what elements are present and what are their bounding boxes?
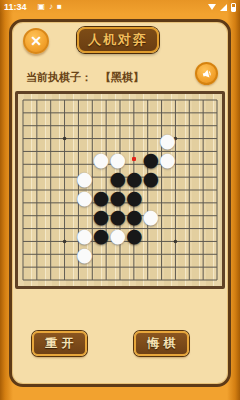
intersection-r3-c7[interactable] xyxy=(109,116,126,123)
intersection-r10-c13[interactable] xyxy=(200,226,212,245)
intersection-r7-c1[interactable] xyxy=(28,169,40,188)
intersection-r13-c11[interactable] xyxy=(176,271,188,278)
turn-indicator: 当前执棋子： 【黑棋】 xyxy=(26,66,218,88)
undo-button[interactable]: 悔棋 xyxy=(134,331,189,356)
intersection-r0-c1[interactable] xyxy=(28,94,40,101)
white-stone: ● xyxy=(76,188,93,207)
intersection-r6-c1[interactable] xyxy=(28,150,40,169)
intersection-r13-c10[interactable] xyxy=(159,271,176,278)
intersection-r4-c0[interactable] xyxy=(16,124,28,131)
intersection-r10-c12[interactable] xyxy=(188,226,200,245)
intersection-r1-c1[interactable] xyxy=(28,101,40,108)
white-stone: ● xyxy=(76,245,93,264)
music-icon: ♪ xyxy=(49,3,53,11)
intersection-r4-c12[interactable] xyxy=(188,124,200,131)
square-icon: ■ xyxy=(57,3,62,11)
intersection-r12-c0[interactable] xyxy=(16,264,28,271)
intersection-r4-c4[interactable] xyxy=(64,124,76,131)
intersection-r14-c3[interactable] xyxy=(52,279,64,286)
intersection-r1-c13[interactable] xyxy=(200,101,212,108)
intersection-r14-c9[interactable] xyxy=(143,279,160,286)
undo-label: 悔棋 xyxy=(144,335,180,352)
signal-icon xyxy=(220,4,227,11)
intersection-r13-c12[interactable] xyxy=(188,271,200,278)
restart-button[interactable]: 重开 xyxy=(32,331,87,356)
board-grid-area: ●●●●●●●●●●●●●●●●●●●●●● xyxy=(23,100,217,280)
intersection-r14-c13[interactable] xyxy=(200,279,212,286)
intersection-r10-c0[interactable] xyxy=(16,226,28,245)
intersection-r12-c7[interactable] xyxy=(109,264,126,271)
black-stone: ● xyxy=(93,226,110,245)
intersection-r4-c7[interactable] xyxy=(109,124,126,131)
intersection-r3-c4[interactable] xyxy=(64,116,76,123)
intersection-r7-c9[interactable]: ● xyxy=(143,169,160,188)
intersection-r11-c4[interactable] xyxy=(64,245,76,264)
intersection-r8-c10[interactable] xyxy=(159,188,176,207)
black-stone: ● xyxy=(143,169,160,188)
intersection-r8-c5[interactable]: ● xyxy=(76,188,93,207)
intersection-r0-c13[interactable] xyxy=(200,94,212,101)
intersection-r9-c11[interactable] xyxy=(176,207,188,226)
status-bar: 11:34 ▣ ♪ ■ xyxy=(0,0,240,14)
page-title: 人机对弈 xyxy=(77,27,159,53)
intersection-r0-c14[interactable] xyxy=(212,94,224,101)
intersection-r6-c14[interactable] xyxy=(212,150,224,169)
intersection-r14-c4[interactable] xyxy=(64,279,76,286)
intersection-r3-c11[interactable] xyxy=(176,116,188,123)
wifi-icon xyxy=(208,4,216,10)
intersection-r9-c10[interactable] xyxy=(159,207,176,226)
intersection-r14-c8[interactable] xyxy=(126,279,143,286)
intersection-r13-c4[interactable] xyxy=(64,271,76,278)
intersection-r12-c2[interactable] xyxy=(40,264,52,271)
intersection-r14-c6[interactable] xyxy=(93,279,110,286)
intersection-r4-c6[interactable] xyxy=(93,124,110,131)
turn-label: 当前执棋子： xyxy=(26,70,92,85)
intersection-r0-c7[interactable] xyxy=(109,94,126,101)
intersection-r0-c9[interactable] xyxy=(143,94,160,101)
intersection-r5-c14[interactable] xyxy=(212,131,224,150)
battery-icon xyxy=(231,3,236,12)
intersection-r11-c13[interactable] xyxy=(200,245,212,264)
intersection-r6-c3[interactable] xyxy=(52,150,64,169)
intersection-r12-c1[interactable] xyxy=(28,264,40,271)
intersection-r9-c0[interactable] xyxy=(16,207,28,226)
intersection-r11-c7[interactable] xyxy=(109,245,126,264)
intersection-r8-c13[interactable] xyxy=(200,188,212,207)
intersection-r9-c1[interactable] xyxy=(28,207,40,226)
intersection-r3-c5[interactable] xyxy=(76,116,93,123)
intersection-r12-c11[interactable] xyxy=(176,264,188,271)
intersection-r6-c13[interactable] xyxy=(200,150,212,169)
intersection-r1-c10[interactable] xyxy=(159,101,176,108)
intersection-r13-c14[interactable] xyxy=(212,271,224,278)
clock: 11:34 xyxy=(4,2,27,12)
intersection-r13-c9[interactable] xyxy=(143,271,160,278)
intersection-r11-c10[interactable] xyxy=(159,245,176,264)
intersection-r4-c13[interactable] xyxy=(200,124,212,131)
intersection-r3-c6[interactable] xyxy=(93,116,110,123)
intersection-r13-c8[interactable] xyxy=(126,271,143,278)
intersection-r6-c12[interactable] xyxy=(188,150,200,169)
intersection-r0-c6[interactable] xyxy=(93,94,110,101)
intersection-r10-c10[interactable] xyxy=(159,226,176,245)
intersection-r1-c2[interactable] xyxy=(40,101,52,108)
intersection-r5-c0[interactable] xyxy=(16,131,28,150)
intersection-r14-c10[interactable] xyxy=(159,279,176,286)
intersection-r0-c5[interactable] xyxy=(76,94,93,101)
white-stone: ● xyxy=(159,150,176,169)
intersection-r5-c1[interactable] xyxy=(28,131,40,150)
intersection-r2-c9[interactable] xyxy=(143,109,160,116)
intersection-r11-c0[interactable] xyxy=(16,245,28,264)
board-grid: ●●●●●●●●●●●●●●●●●●●●●● xyxy=(16,94,224,287)
intersection-r8-c4[interactable] xyxy=(64,188,76,207)
intersection-r12-c8[interactable] xyxy=(126,264,143,271)
intersection-r2-c8[interactable] xyxy=(126,109,143,116)
intersection-r3-c12[interactable] xyxy=(188,116,200,123)
intersection-r11-c2[interactable] xyxy=(40,245,52,264)
intersection-r4-c14[interactable] xyxy=(212,124,224,131)
intersection-r10-c2[interactable] xyxy=(40,226,52,245)
intersection-r3-c14[interactable] xyxy=(212,116,224,123)
intersection-r14-c2[interactable] xyxy=(40,279,52,286)
white-stone: ● xyxy=(109,226,126,245)
intersection-r10-c6[interactable]: ● xyxy=(93,226,110,245)
intersection-r13-c1[interactable] xyxy=(28,271,40,278)
intersection-r10-c4[interactable] xyxy=(64,226,76,245)
intersection-r8-c1[interactable] xyxy=(28,188,40,207)
intersection-r5-c13[interactable] xyxy=(200,131,212,150)
turn-value: 【黑棋】 xyxy=(100,70,144,85)
intersection-r2-c12[interactable] xyxy=(188,109,200,116)
horn-icon xyxy=(199,66,214,81)
intersection-r3-c0[interactable] xyxy=(16,116,28,123)
intersection-r11-c11[interactable] xyxy=(176,245,188,264)
intersection-r7-c11[interactable] xyxy=(176,169,188,188)
intersection-r10-c7[interactable]: ● xyxy=(109,226,126,245)
intersection-r4-c8[interactable] xyxy=(126,124,143,131)
intersection-r6-c6[interactable]: ● xyxy=(93,150,110,169)
intersection-r0-c3[interactable] xyxy=(52,94,64,101)
app-screen: 11:34 ▣ ♪ ■ ✕ 人机对弈 当前执棋子： 【黑棋】 xyxy=(0,0,240,400)
intersection-r3-c2[interactable] xyxy=(40,116,52,123)
intersection-r6-c2[interactable] xyxy=(40,150,52,169)
intersection-r1-c12[interactable] xyxy=(188,101,200,108)
intersection-r8-c3[interactable] xyxy=(52,188,64,207)
intersection-r6-c0[interactable] xyxy=(16,150,28,169)
intersection-r8-c2[interactable] xyxy=(40,188,52,207)
intersection-r14-c12[interactable] xyxy=(188,279,200,286)
last-move-marker xyxy=(132,157,136,161)
intersection-r3-c13[interactable] xyxy=(200,116,212,123)
intersection-r5-c12[interactable] xyxy=(188,131,200,150)
intersection-r7-c12[interactable] xyxy=(188,169,200,188)
intersection-r11-c6[interactable] xyxy=(93,245,110,264)
intersection-r13-c2[interactable] xyxy=(40,271,52,278)
intersection-r12-c12[interactable] xyxy=(188,264,200,271)
intersection-r7-c0[interactable] xyxy=(16,169,28,188)
intersection-r5-c3[interactable] xyxy=(52,131,64,150)
intersection-r11-c14[interactable] xyxy=(212,245,224,264)
intersection-r2-c14[interactable] xyxy=(212,109,224,116)
intersection-r12-c6[interactable] xyxy=(93,264,110,271)
black-stone: ● xyxy=(126,226,143,245)
intersection-r14-c0[interactable] xyxy=(16,279,28,286)
intersection-r0-c0[interactable] xyxy=(16,94,28,101)
intersection-r7-c3[interactable] xyxy=(52,169,64,188)
intersection-r9-c2[interactable] xyxy=(40,207,52,226)
intersection-r4-c5[interactable] xyxy=(76,124,93,131)
intersection-r12-c5[interactable] xyxy=(76,264,93,271)
intersection-r12-c9[interactable] xyxy=(143,264,160,271)
intersection-r6-c11[interactable] xyxy=(176,150,188,169)
intersection-r9-c12[interactable] xyxy=(188,207,200,226)
intersection-r3-c9[interactable] xyxy=(143,116,160,123)
intersection-r2-c1[interactable] xyxy=(28,109,40,116)
intersection-r1-c0[interactable] xyxy=(16,101,28,108)
intersection-r2-c4[interactable] xyxy=(64,109,76,116)
image-icon: ▣ xyxy=(38,3,46,11)
intersection-r1-c7[interactable] xyxy=(109,101,126,108)
intersection-r2-c7[interactable] xyxy=(109,109,126,116)
intersection-r9-c9[interactable]: ● xyxy=(143,207,160,226)
intersection-r14-c5[interactable] xyxy=(76,279,93,286)
close-button[interactable]: ✕ xyxy=(23,28,49,54)
intersection-r14-c14[interactable] xyxy=(212,279,224,286)
intersection-r2-c6[interactable] xyxy=(93,109,110,116)
intersection-r14-c7[interactable] xyxy=(109,279,126,286)
intersection-r0-c12[interactable] xyxy=(188,94,200,101)
intersection-r5-c5[interactable] xyxy=(76,131,93,150)
intersection-r13-c6[interactable] xyxy=(93,271,110,278)
intersection-r7-c4[interactable] xyxy=(64,169,76,188)
intersection-r13-c5[interactable] xyxy=(76,271,93,278)
intersection-r7-c2[interactable] xyxy=(40,169,52,188)
intersection-r10-c9[interactable] xyxy=(143,226,160,245)
intersection-r12-c10[interactable] xyxy=(159,264,176,271)
white-stone: ● xyxy=(143,207,160,226)
intersection-r12-c14[interactable] xyxy=(212,264,224,271)
intersection-r2-c5[interactable] xyxy=(76,109,93,116)
intersection-r11-c12[interactable] xyxy=(188,245,200,264)
intersection-r10-c8[interactable]: ● xyxy=(126,226,143,245)
intersection-r13-c7[interactable] xyxy=(109,271,126,278)
intersection-r8-c14[interactable] xyxy=(212,188,224,207)
intersection-r0-c10[interactable] xyxy=(159,94,176,101)
intersection-r12-c13[interactable] xyxy=(200,264,212,271)
intersection-r9-c14[interactable] xyxy=(212,207,224,226)
close-icon: ✕ xyxy=(30,34,42,48)
intersection-r2-c10[interactable] xyxy=(159,109,176,116)
restart-label: 重开 xyxy=(42,335,78,352)
intersection-r10-c11[interactable] xyxy=(176,226,188,245)
intersection-r7-c14[interactable] xyxy=(212,169,224,188)
intersection-r2-c13[interactable] xyxy=(200,109,212,116)
intersection-r8-c12[interactable] xyxy=(188,188,200,207)
intersection-r4-c11[interactable] xyxy=(176,124,188,131)
intersection-r10-c14[interactable] xyxy=(212,226,224,245)
intersection-r13-c3[interactable] xyxy=(52,271,64,278)
intersection-r9-c13[interactable] xyxy=(200,207,212,226)
intersection-r13-c0[interactable] xyxy=(16,271,28,278)
white-stone: ● xyxy=(93,150,110,169)
intersection-r8-c0[interactable] xyxy=(16,188,28,207)
intersection-r4-c3[interactable] xyxy=(52,124,64,131)
intersection-r2-c0[interactable] xyxy=(16,109,28,116)
intersection-r5-c4[interactable] xyxy=(64,131,76,150)
sound-button[interactable] xyxy=(195,62,218,85)
intersection-r1-c3[interactable] xyxy=(52,101,64,108)
intersection-r11-c9[interactable] xyxy=(143,245,160,264)
intersection-r9-c4[interactable] xyxy=(64,207,76,226)
intersection-r10-c1[interactable] xyxy=(28,226,40,245)
intersection-r1-c4[interactable] xyxy=(64,101,76,108)
intersection-r3-c8[interactable] xyxy=(126,116,143,123)
intersection-r3-c3[interactable] xyxy=(52,116,64,123)
intersection-r2-c3[interactable] xyxy=(52,109,64,116)
intersection-r8-c11[interactable] xyxy=(176,188,188,207)
intersection-r9-c3[interactable] xyxy=(52,207,64,226)
intersection-r13-c13[interactable] xyxy=(200,271,212,278)
intersection-r0-c2[interactable] xyxy=(40,94,52,101)
intersection-r3-c1[interactable] xyxy=(28,116,40,123)
intersection-r6-c10[interactable]: ● xyxy=(159,150,176,169)
intersection-r1-c5[interactable] xyxy=(76,101,93,108)
intersection-r7-c10[interactable] xyxy=(159,169,176,188)
intersection-r1-c6[interactable] xyxy=(93,101,110,108)
intersection-r14-c11[interactable] xyxy=(176,279,188,286)
intersection-r4-c2[interactable] xyxy=(40,124,52,131)
intersection-r0-c8[interactable] xyxy=(126,94,143,101)
intersection-r3-c10[interactable] xyxy=(159,116,176,123)
intersection-r12-c4[interactable] xyxy=(64,264,76,271)
intersection-r11-c8[interactable] xyxy=(126,245,143,264)
intersection-r14-c1[interactable] xyxy=(28,279,40,286)
intersection-r0-c11[interactable] xyxy=(176,94,188,101)
intersection-r1-c11[interactable] xyxy=(176,101,188,108)
intersection-r1-c14[interactable] xyxy=(212,101,224,108)
intersection-r5-c11[interactable] xyxy=(176,131,188,150)
intersection-r12-c3[interactable] xyxy=(52,264,64,271)
intersection-r4-c9[interactable] xyxy=(143,124,160,131)
intersection-r0-c4[interactable] xyxy=(64,94,76,101)
intersection-r2-c11[interactable] xyxy=(176,109,188,116)
intersection-r1-c8[interactable] xyxy=(126,101,143,108)
intersection-r11-c3[interactable] xyxy=(52,245,64,264)
intersection-r2-c2[interactable] xyxy=(40,109,52,116)
intersection-r6-c4[interactable] xyxy=(64,150,76,169)
intersection-r4-c1[interactable] xyxy=(28,124,40,131)
intersection-r11-c5[interactable]: ● xyxy=(76,245,93,264)
intersection-r1-c9[interactable] xyxy=(143,101,160,108)
intersection-r7-c13[interactable] xyxy=(200,169,212,188)
intersection-r5-c2[interactable] xyxy=(40,131,52,150)
intersection-r5-c8[interactable] xyxy=(126,131,143,150)
title-text: 人机对弈 xyxy=(88,31,148,49)
gomoku-board: ●●●●●●●●●●●●●●●●●●●●●● xyxy=(15,91,225,289)
intersection-r10-c3[interactable] xyxy=(52,226,64,245)
intersection-r11-c1[interactable] xyxy=(28,245,40,264)
